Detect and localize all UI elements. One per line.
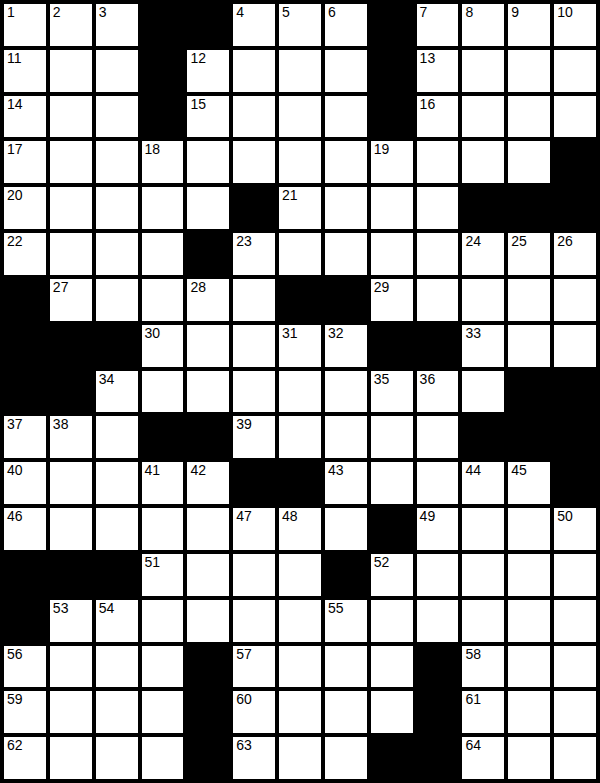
white-cell-r5c0[interactable]: 22 xyxy=(4,233,46,275)
black-cell-r0c8 xyxy=(371,4,413,46)
clue-number-38: 38 xyxy=(53,416,69,433)
white-cell-r9c8[interactable] xyxy=(371,416,413,458)
black-cell-r2c8 xyxy=(371,96,413,138)
white-cell-r15c5[interactable]: 60 xyxy=(233,691,275,733)
white-cell-r15c1[interactable] xyxy=(50,691,92,733)
white-cell-r11c7[interactable] xyxy=(325,508,367,550)
white-cell-r16c6[interactable] xyxy=(279,737,321,779)
white-cell-r8c10[interactable] xyxy=(462,371,504,413)
clue-number-22: 22 xyxy=(7,233,23,250)
white-cell-r11c11[interactable] xyxy=(508,508,550,550)
white-cell-r10c1[interactable] xyxy=(50,462,92,504)
black-cell-r7c1 xyxy=(50,325,92,367)
clue-number-47: 47 xyxy=(236,508,252,525)
clue-number-48: 48 xyxy=(282,508,298,525)
white-cell-r7c12[interactable] xyxy=(554,325,596,367)
white-cell-r5c5[interactable]: 23 xyxy=(233,233,275,275)
white-cell-r2c6[interactable] xyxy=(279,96,321,138)
white-cell-r7c7[interactable]: 32 xyxy=(325,325,367,367)
white-cell-r7c3[interactable]: 30 xyxy=(142,325,184,367)
white-cell-r8c8[interactable]: 35 xyxy=(371,371,413,413)
clue-number-7: 7 xyxy=(420,4,428,21)
clue-number-44: 44 xyxy=(465,462,481,479)
clue-number-63: 63 xyxy=(236,737,252,754)
white-cell-r14c12[interactable] xyxy=(554,646,596,688)
white-cell-r3c10[interactable] xyxy=(462,141,504,183)
white-cell-r4c0[interactable]: 20 xyxy=(4,187,46,229)
clue-number-52: 52 xyxy=(374,554,390,571)
white-cell-r5c9[interactable] xyxy=(417,233,459,275)
white-cell-r10c0[interactable]: 40 xyxy=(4,462,46,504)
white-cell-r1c11[interactable] xyxy=(508,50,550,92)
white-cell-r1c0[interactable]: 11 xyxy=(4,50,46,92)
clue-number-46: 46 xyxy=(7,508,23,525)
white-cell-r6c12[interactable] xyxy=(554,279,596,321)
white-cell-r3c11[interactable] xyxy=(508,141,550,183)
clue-number-18: 18 xyxy=(145,141,161,158)
white-cell-r14c3[interactable] xyxy=(142,646,184,688)
black-cell-r12c1 xyxy=(50,554,92,596)
white-cell-r13c2[interactable]: 54 xyxy=(96,600,138,642)
black-cell-r9c10 xyxy=(462,416,504,458)
white-cell-r3c9[interactable] xyxy=(417,141,459,183)
black-cell-r6c0 xyxy=(4,279,46,321)
clue-number-56: 56 xyxy=(7,646,23,663)
black-cell-r9c3 xyxy=(142,416,184,458)
white-cell-r15c0[interactable]: 59 xyxy=(4,691,46,733)
white-cell-r4c3[interactable] xyxy=(142,187,184,229)
white-cell-r10c10[interactable]: 44 xyxy=(462,462,504,504)
white-cell-r11c5[interactable]: 47 xyxy=(233,508,275,550)
white-cell-r9c5[interactable]: 39 xyxy=(233,416,275,458)
clue-number-37: 37 xyxy=(7,416,23,433)
white-cell-r13c4[interactable] xyxy=(187,600,229,642)
white-cell-r6c1[interactable]: 27 xyxy=(50,279,92,321)
black-cell-r13c0 xyxy=(4,600,46,642)
white-cell-r15c11[interactable] xyxy=(508,691,550,733)
white-cell-r14c8[interactable] xyxy=(371,646,413,688)
clue-number-35: 35 xyxy=(374,371,390,388)
white-cell-r9c2[interactable] xyxy=(96,416,138,458)
white-cell-r13c12[interactable] xyxy=(554,600,596,642)
black-cell-r15c9 xyxy=(417,691,459,733)
clue-number-31: 31 xyxy=(282,325,298,342)
white-cell-r2c7[interactable] xyxy=(325,96,367,138)
clue-number-10: 10 xyxy=(557,4,573,21)
clue-number-1: 1 xyxy=(7,4,15,21)
clue-number-8: 8 xyxy=(465,4,473,21)
white-cell-r5c7[interactable] xyxy=(325,233,367,275)
white-cell-r1c2[interactable] xyxy=(96,50,138,92)
clue-number-50: 50 xyxy=(557,508,573,525)
clue-number-28: 28 xyxy=(190,279,206,296)
white-cell-r10c9[interactable] xyxy=(417,462,459,504)
white-cell-r13c10[interactable] xyxy=(462,600,504,642)
white-cell-r6c2[interactable] xyxy=(96,279,138,321)
black-cell-r8c11 xyxy=(508,371,550,413)
white-cell-r8c2[interactable]: 34 xyxy=(96,371,138,413)
black-cell-r16c9 xyxy=(417,737,459,779)
white-cell-r5c8[interactable] xyxy=(371,233,413,275)
white-cell-r11c6[interactable]: 48 xyxy=(279,508,321,550)
white-cell-r7c5[interactable] xyxy=(233,325,275,367)
black-cell-r12c7 xyxy=(325,554,367,596)
black-cell-r3c12 xyxy=(554,141,596,183)
white-cell-r2c9[interactable]: 16 xyxy=(417,96,459,138)
white-cell-r13c8[interactable] xyxy=(371,600,413,642)
clue-number-2: 2 xyxy=(53,4,61,21)
white-cell-r13c1[interactable]: 53 xyxy=(50,600,92,642)
white-cell-r10c11[interactable]: 45 xyxy=(508,462,550,504)
white-cell-r15c12[interactable] xyxy=(554,691,596,733)
white-cell-r3c6[interactable] xyxy=(279,141,321,183)
black-cell-r4c5 xyxy=(233,187,275,229)
white-cell-r14c7[interactable] xyxy=(325,646,367,688)
white-cell-r0c2[interactable]: 3 xyxy=(96,4,138,46)
black-cell-r4c12 xyxy=(554,187,596,229)
white-cell-r16c10[interactable]: 64 xyxy=(462,737,504,779)
clue-number-30: 30 xyxy=(145,325,161,342)
white-cell-r0c12[interactable]: 10 xyxy=(554,4,596,46)
white-cell-r16c12[interactable] xyxy=(554,737,596,779)
white-cell-r5c2[interactable] xyxy=(96,233,138,275)
white-cell-r4c7[interactable] xyxy=(325,187,367,229)
white-cell-r4c8[interactable] xyxy=(371,187,413,229)
black-cell-r10c6 xyxy=(279,462,321,504)
white-cell-r1c5[interactable] xyxy=(233,50,275,92)
white-cell-r1c10[interactable] xyxy=(462,50,504,92)
white-cell-r0c9[interactable]: 7 xyxy=(417,4,459,46)
black-cell-r8c0 xyxy=(4,371,46,413)
clue-number-26: 26 xyxy=(557,233,573,250)
black-cell-r0c4 xyxy=(187,4,229,46)
clue-number-39: 39 xyxy=(236,416,252,433)
clue-number-36: 36 xyxy=(420,371,436,388)
white-cell-r3c7[interactable] xyxy=(325,141,367,183)
black-cell-r12c2 xyxy=(96,554,138,596)
white-cell-r12c3[interactable]: 51 xyxy=(142,554,184,596)
white-cell-r12c8[interactable]: 52 xyxy=(371,554,413,596)
white-cell-r5c3[interactable] xyxy=(142,233,184,275)
white-cell-r10c7[interactable]: 43 xyxy=(325,462,367,504)
white-cell-r10c8[interactable] xyxy=(371,462,413,504)
white-cell-r11c0[interactable]: 46 xyxy=(4,508,46,550)
clue-number-15: 15 xyxy=(190,96,206,113)
clue-number-64: 64 xyxy=(465,737,481,754)
white-cell-r2c12[interactable] xyxy=(554,96,596,138)
white-cell-r6c3[interactable] xyxy=(142,279,184,321)
white-cell-r2c11[interactable] xyxy=(508,96,550,138)
white-cell-r8c4[interactable] xyxy=(187,371,229,413)
black-cell-r15c4 xyxy=(187,691,229,733)
clue-number-9: 9 xyxy=(511,4,519,21)
white-cell-r9c1[interactable]: 38 xyxy=(50,416,92,458)
clue-number-20: 20 xyxy=(7,187,23,204)
white-cell-r14c5[interactable]: 57 xyxy=(233,646,275,688)
white-cell-r0c0[interactable]: 1 xyxy=(4,4,46,46)
clue-number-51: 51 xyxy=(145,554,161,571)
clue-number-57: 57 xyxy=(236,646,252,663)
white-cell-r15c6[interactable] xyxy=(279,691,321,733)
black-cell-r9c4 xyxy=(187,416,229,458)
black-cell-r6c7 xyxy=(325,279,367,321)
clue-number-42: 42 xyxy=(190,462,206,479)
white-cell-r0c1[interactable]: 2 xyxy=(50,4,92,46)
black-cell-r4c11 xyxy=(508,187,550,229)
white-cell-r13c11[interactable] xyxy=(508,600,550,642)
white-cell-r13c3[interactable] xyxy=(142,600,184,642)
white-cell-r6c8[interactable]: 29 xyxy=(371,279,413,321)
white-cell-r5c11[interactable]: 25 xyxy=(508,233,550,275)
clue-number-23: 23 xyxy=(236,233,252,250)
black-cell-r16c8 xyxy=(371,737,413,779)
white-cell-r6c10[interactable] xyxy=(462,279,504,321)
white-cell-r12c4[interactable] xyxy=(187,554,229,596)
white-cell-r14c11[interactable] xyxy=(508,646,550,688)
white-cell-r9c6[interactable] xyxy=(279,416,321,458)
white-cell-r8c7[interactable] xyxy=(325,371,367,413)
clue-number-25: 25 xyxy=(511,233,527,250)
white-cell-r16c11[interactable] xyxy=(508,737,550,779)
white-cell-r2c10[interactable] xyxy=(462,96,504,138)
white-cell-r14c10[interactable]: 58 xyxy=(462,646,504,688)
white-cell-r9c7[interactable] xyxy=(325,416,367,458)
black-cell-r7c2 xyxy=(96,325,138,367)
white-cell-r16c3[interactable] xyxy=(142,737,184,779)
black-cell-r10c5 xyxy=(233,462,275,504)
white-cell-r14c2[interactable] xyxy=(96,646,138,688)
black-cell-r6c6 xyxy=(279,279,321,321)
white-cell-r14c1[interactable] xyxy=(50,646,92,688)
white-cell-r10c4[interactable]: 42 xyxy=(187,462,229,504)
clue-number-21: 21 xyxy=(282,187,298,204)
clue-number-60: 60 xyxy=(236,691,252,708)
white-cell-r1c1[interactable] xyxy=(50,50,92,92)
white-cell-r1c9[interactable]: 13 xyxy=(417,50,459,92)
white-cell-r16c1[interactable] xyxy=(50,737,92,779)
white-cell-r14c6[interactable] xyxy=(279,646,321,688)
white-cell-r3c3[interactable]: 18 xyxy=(142,141,184,183)
white-cell-r7c6[interactable]: 31 xyxy=(279,325,321,367)
white-cell-r1c12[interactable] xyxy=(554,50,596,92)
white-cell-r7c10[interactable]: 33 xyxy=(462,325,504,367)
white-cell-r14c0[interactable]: 56 xyxy=(4,646,46,688)
clue-number-24: 24 xyxy=(465,233,481,250)
white-cell-r4c9[interactable] xyxy=(417,187,459,229)
white-cell-r8c6[interactable] xyxy=(279,371,321,413)
white-cell-r12c12[interactable] xyxy=(554,554,596,596)
white-cell-r13c7[interactable]: 55 xyxy=(325,600,367,642)
white-cell-r13c9[interactable] xyxy=(417,600,459,642)
black-cell-r5c4 xyxy=(187,233,229,275)
white-cell-r3c2[interactable] xyxy=(96,141,138,183)
white-cell-r11c4[interactable] xyxy=(187,508,229,550)
black-cell-r1c3 xyxy=(142,50,184,92)
white-cell-r15c10[interactable]: 61 xyxy=(462,691,504,733)
clue-number-49: 49 xyxy=(420,508,436,525)
white-cell-r2c5[interactable] xyxy=(233,96,275,138)
clue-number-40: 40 xyxy=(7,462,23,479)
white-cell-r5c1[interactable] xyxy=(50,233,92,275)
crossword-board: 1234567891011121314151617181920212223242… xyxy=(0,0,600,783)
black-cell-r1c8 xyxy=(371,50,413,92)
clue-number-53: 53 xyxy=(53,600,69,617)
white-cell-r3c0[interactable]: 17 xyxy=(4,141,46,183)
white-cell-r3c1[interactable] xyxy=(50,141,92,183)
black-cell-r8c1 xyxy=(50,371,92,413)
clue-number-6: 6 xyxy=(328,4,336,21)
white-cell-r10c2[interactable] xyxy=(96,462,138,504)
clue-number-19: 19 xyxy=(374,141,390,158)
clue-number-12: 12 xyxy=(190,50,206,67)
white-cell-r3c8[interactable]: 19 xyxy=(371,141,413,183)
white-cell-r13c5[interactable] xyxy=(233,600,275,642)
white-cell-r3c4[interactable] xyxy=(187,141,229,183)
white-cell-r11c12[interactable]: 50 xyxy=(554,508,596,550)
white-cell-r9c9[interactable] xyxy=(417,416,459,458)
white-cell-r0c5[interactable]: 4 xyxy=(233,4,275,46)
black-cell-r0c3 xyxy=(142,4,184,46)
white-cell-r6c5[interactable] xyxy=(233,279,275,321)
white-cell-r4c1[interactable] xyxy=(50,187,92,229)
white-cell-r13c6[interactable] xyxy=(279,600,321,642)
clue-number-41: 41 xyxy=(145,462,161,479)
black-cell-r9c12 xyxy=(554,416,596,458)
black-cell-r4c10 xyxy=(462,187,504,229)
clue-number-17: 17 xyxy=(7,141,23,158)
white-cell-r8c9[interactable]: 36 xyxy=(417,371,459,413)
clue-number-62: 62 xyxy=(7,737,23,754)
white-cell-r2c4[interactable]: 15 xyxy=(187,96,229,138)
clue-number-5: 5 xyxy=(282,4,290,21)
white-cell-r1c4[interactable]: 12 xyxy=(187,50,229,92)
black-cell-r9c11 xyxy=(508,416,550,458)
white-cell-r12c10[interactable] xyxy=(462,554,504,596)
white-cell-r6c11[interactable] xyxy=(508,279,550,321)
clue-number-13: 13 xyxy=(420,50,436,67)
white-cell-r1c6[interactable] xyxy=(279,50,321,92)
white-cell-r0c10[interactable]: 8 xyxy=(462,4,504,46)
clue-number-32: 32 xyxy=(328,325,344,342)
white-cell-r16c2[interactable] xyxy=(96,737,138,779)
white-cell-r12c6[interactable] xyxy=(279,554,321,596)
black-cell-r16c4 xyxy=(187,737,229,779)
white-cell-r11c2[interactable] xyxy=(96,508,138,550)
white-cell-r4c4[interactable] xyxy=(187,187,229,229)
white-cell-r2c0[interactable]: 14 xyxy=(4,96,46,138)
clue-number-55: 55 xyxy=(328,600,344,617)
black-cell-r7c9 xyxy=(417,325,459,367)
white-cell-r16c0[interactable]: 62 xyxy=(4,737,46,779)
white-cell-r12c9[interactable] xyxy=(417,554,459,596)
white-cell-r7c4[interactable] xyxy=(187,325,229,367)
black-cell-r14c4 xyxy=(187,646,229,688)
clue-number-11: 11 xyxy=(7,50,22,67)
clue-number-16: 16 xyxy=(420,96,436,113)
clue-number-61: 61 xyxy=(465,691,481,708)
white-cell-r12c11[interactable] xyxy=(508,554,550,596)
white-cell-r0c7[interactable]: 6 xyxy=(325,4,367,46)
black-cell-r11c8 xyxy=(371,508,413,550)
white-cell-r4c6[interactable]: 21 xyxy=(279,187,321,229)
clue-number-3: 3 xyxy=(99,4,107,21)
white-cell-r3c5[interactable] xyxy=(233,141,275,183)
white-cell-r16c7[interactable] xyxy=(325,737,367,779)
white-cell-r2c2[interactable] xyxy=(96,96,138,138)
black-cell-r2c3 xyxy=(142,96,184,138)
white-cell-r15c8[interactable] xyxy=(371,691,413,733)
white-cell-r5c6[interactable] xyxy=(279,233,321,275)
clue-number-58: 58 xyxy=(465,646,481,663)
white-cell-r2c1[interactable] xyxy=(50,96,92,138)
white-cell-r4c2[interactable] xyxy=(96,187,138,229)
white-cell-r5c10[interactable]: 24 xyxy=(462,233,504,275)
white-cell-r11c9[interactable]: 49 xyxy=(417,508,459,550)
white-cell-r0c11[interactable]: 9 xyxy=(508,4,550,46)
white-cell-r7c11[interactable] xyxy=(508,325,550,367)
white-cell-r6c4[interactable]: 28 xyxy=(187,279,229,321)
black-cell-r12c0 xyxy=(4,554,46,596)
white-cell-r1c7[interactable] xyxy=(325,50,367,92)
black-cell-r10c12 xyxy=(554,462,596,504)
white-cell-r5c12[interactable]: 26 xyxy=(554,233,596,275)
clue-number-59: 59 xyxy=(7,691,23,708)
white-cell-r8c5[interactable] xyxy=(233,371,275,413)
clue-number-54: 54 xyxy=(99,600,115,617)
clue-number-43: 43 xyxy=(328,462,344,479)
white-cell-r12c5[interactable] xyxy=(233,554,275,596)
white-cell-r15c2[interactable] xyxy=(96,691,138,733)
clue-number-45: 45 xyxy=(511,462,527,479)
white-cell-r16c5[interactable]: 63 xyxy=(233,737,275,779)
white-cell-r11c3[interactable] xyxy=(142,508,184,550)
white-cell-r9c0[interactable]: 37 xyxy=(4,416,46,458)
black-cell-r7c8 xyxy=(371,325,413,367)
white-cell-r0c6[interactable]: 5 xyxy=(279,4,321,46)
white-cell-r8c3[interactable] xyxy=(142,371,184,413)
clue-number-29: 29 xyxy=(374,279,390,296)
black-cell-r7c0 xyxy=(4,325,46,367)
white-cell-r10c3[interactable]: 41 xyxy=(142,462,184,504)
clue-number-34: 34 xyxy=(99,371,115,388)
clue-number-33: 33 xyxy=(465,325,481,342)
white-cell-r11c10[interactable] xyxy=(462,508,504,550)
clue-number-14: 14 xyxy=(7,96,23,113)
clue-number-27: 27 xyxy=(53,279,69,296)
white-cell-r15c7[interactable] xyxy=(325,691,367,733)
black-cell-r14c9 xyxy=(417,646,459,688)
white-cell-r15c3[interactable] xyxy=(142,691,184,733)
black-cell-r8c12 xyxy=(554,371,596,413)
clue-number-4: 4 xyxy=(236,4,244,21)
white-cell-r6c9[interactable] xyxy=(417,279,459,321)
white-cell-r11c1[interactable] xyxy=(50,508,92,550)
